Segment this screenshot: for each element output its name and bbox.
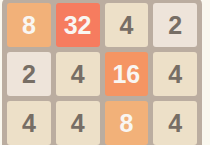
tile-2: 2 [7,52,51,96]
tile-8: 8 [105,101,149,145]
tile-4: 4 [56,101,100,145]
tile-4: 4 [153,52,197,96]
game-board-2048[interactable]: 83242241644484 [2,0,202,145]
tile-16: 16 [105,52,149,96]
tile-32: 32 [56,3,100,47]
tile-4: 4 [56,52,100,96]
tile-4: 4 [105,3,149,47]
tile-4: 4 [153,101,197,145]
tile-4: 4 [7,101,51,145]
tile-8: 8 [7,3,51,47]
tile-2: 2 [153,3,197,47]
